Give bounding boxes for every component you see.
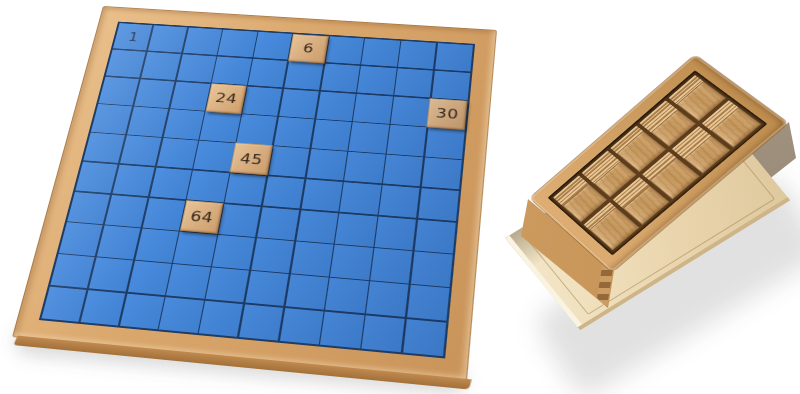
scene: 1 624304564	[0, 0, 800, 394]
number-tile-24: 24	[205, 83, 247, 114]
printed-number-1: 1	[113, 23, 154, 51]
board-surface: 1 624304564	[41, 23, 472, 356]
hundred-board: 1 624304564	[12, 6, 497, 381]
number-tile-6: 6	[288, 34, 328, 63]
board-overlay: 1 624304564	[41, 23, 472, 356]
number-tile-30: 30	[427, 98, 468, 130]
number-tile-45: 45	[230, 143, 273, 175]
number-tile-64: 64	[180, 200, 224, 234]
